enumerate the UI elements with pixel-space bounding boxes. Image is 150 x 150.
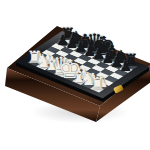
- scene: { "game": "chess", "position": "rnbqkbnr…: [0, 0, 150, 150]
- piece-black-pawn-h7: ♟: [120, 58, 133, 72]
- piece-white-rook-h1: ♜: [89, 75, 104, 92]
